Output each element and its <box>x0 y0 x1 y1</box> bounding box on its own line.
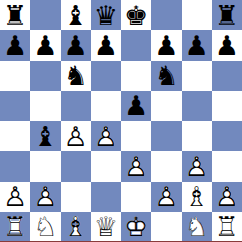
piece-black-pawn[interactable]: ♟ <box>212 30 242 60</box>
piece-black-bishop[interactable]: ♝ <box>61 0 91 30</box>
piece-black-queen[interactable]: ♛ <box>91 0 121 30</box>
square-a4[interactable] <box>0 121 30 151</box>
square-c1[interactable]: ♝♗ <box>61 212 91 242</box>
square-e5[interactable]: ♟ <box>121 91 151 121</box>
square-a3[interactable] <box>0 151 30 181</box>
piece-outline-glyph: ♔ <box>121 212 151 242</box>
square-f3[interactable] <box>151 151 181 181</box>
square-h2[interactable]: ♟♙ <box>212 182 242 212</box>
piece-outline-glyph: ♙ <box>61 121 91 151</box>
square-b1[interactable]: ♞♘ <box>30 212 60 242</box>
square-e4[interactable] <box>121 121 151 151</box>
square-f7[interactable]: ♟ <box>151 30 181 60</box>
piece-black-pawn[interactable]: ♟ <box>182 30 212 60</box>
square-e3[interactable]: ♟♙ <box>121 151 151 181</box>
square-g8[interactable] <box>182 0 212 30</box>
piece-outline-glyph: ♙ <box>30 182 60 212</box>
piece-black-rook[interactable]: ♜ <box>212 0 242 30</box>
square-b6[interactable] <box>30 61 60 91</box>
square-b7[interactable]: ♟ <box>30 30 60 60</box>
piece-white-bishop[interactable]: ♝♗ <box>182 182 212 212</box>
square-c3[interactable] <box>61 151 91 181</box>
piece-outline-glyph: ♘ <box>30 212 60 242</box>
piece-outline-glyph: ♙ <box>121 151 151 181</box>
piece-white-pawn[interactable]: ♟♙ <box>0 182 30 212</box>
square-d3[interactable] <box>91 151 121 181</box>
square-b5[interactable] <box>30 91 60 121</box>
square-g5[interactable] <box>182 91 212 121</box>
square-e6[interactable] <box>121 61 151 91</box>
square-d8[interactable]: ♛ <box>91 0 121 30</box>
square-h6[interactable] <box>212 61 242 91</box>
piece-white-pawn[interactable]: ♟♙ <box>61 121 91 151</box>
square-h4[interactable] <box>212 121 242 151</box>
square-c7[interactable]: ♟ <box>61 30 91 60</box>
piece-white-pawn[interactable]: ♟♙ <box>151 182 181 212</box>
piece-black-pawn[interactable]: ♟ <box>121 91 151 121</box>
square-f5[interactable] <box>151 91 181 121</box>
piece-outline-glyph: ♙ <box>212 182 242 212</box>
piece-outline-glyph: ♗ <box>61 212 91 242</box>
piece-black-knight[interactable]: ♞ <box>151 61 181 91</box>
square-a8[interactable]: ♜ <box>0 0 30 30</box>
piece-black-pawn[interactable]: ♟ <box>30 30 60 60</box>
square-g3[interactable]: ♟♙ <box>182 151 212 181</box>
piece-black-bishop[interactable]: ♝ <box>30 121 60 151</box>
square-b3[interactable] <box>30 151 60 181</box>
piece-white-king[interactable]: ♚♔ <box>121 212 151 242</box>
piece-outline-glyph: ♙ <box>182 151 212 181</box>
square-a7[interactable]: ♟ <box>0 30 30 60</box>
square-d5[interactable] <box>91 91 121 121</box>
piece-white-pawn[interactable]: ♟♙ <box>182 151 212 181</box>
square-d6[interactable] <box>91 61 121 91</box>
square-c8[interactable]: ♝ <box>61 0 91 30</box>
square-a2[interactable]: ♟♙ <box>0 182 30 212</box>
square-e1[interactable]: ♚♔ <box>121 212 151 242</box>
piece-black-knight[interactable]: ♞ <box>61 61 91 91</box>
square-b4[interactable]: ♝ <box>30 121 60 151</box>
square-h3[interactable] <box>212 151 242 181</box>
square-d7[interactable]: ♟ <box>91 30 121 60</box>
piece-outline-glyph: ♖ <box>212 212 242 242</box>
square-c4[interactable]: ♟♙ <box>61 121 91 151</box>
piece-white-pawn[interactable]: ♟♙ <box>121 151 151 181</box>
square-f4[interactable] <box>151 121 181 151</box>
square-g4[interactable] <box>182 121 212 151</box>
square-f8[interactable] <box>151 0 181 30</box>
square-c6[interactable]: ♞ <box>61 61 91 91</box>
square-h7[interactable]: ♟ <box>212 30 242 60</box>
piece-black-pawn[interactable]: ♟ <box>91 30 121 60</box>
piece-outline-glyph: ♙ <box>0 182 30 212</box>
piece-white-queen[interactable]: ♛♕ <box>91 212 121 242</box>
piece-white-rook[interactable]: ♜♖ <box>0 212 30 242</box>
square-f1[interactable] <box>151 212 181 242</box>
square-c5[interactable] <box>61 91 91 121</box>
piece-outline-glyph: ♗ <box>182 182 212 212</box>
piece-white-pawn[interactable]: ♟♙ <box>30 182 60 212</box>
piece-outline-glyph: ♙ <box>151 182 181 212</box>
square-h1[interactable]: ♜♖ <box>212 212 242 242</box>
piece-outline-glyph: ♕ <box>91 212 121 242</box>
square-a5[interactable] <box>0 91 30 121</box>
square-a1[interactable]: ♜♖ <box>0 212 30 242</box>
piece-outline-glyph: ♘ <box>182 212 212 242</box>
piece-outline-glyph: ♖ <box>0 212 30 242</box>
square-g6[interactable] <box>182 61 212 91</box>
piece-white-pawn[interactable]: ♟♙ <box>91 121 121 151</box>
piece-outline-glyph: ♙ <box>91 121 121 151</box>
square-e2[interactable] <box>121 182 151 212</box>
square-d1[interactable]: ♛♕ <box>91 212 121 242</box>
square-g1[interactable]: ♞♘ <box>182 212 212 242</box>
square-a6[interactable] <box>0 61 30 91</box>
square-e8[interactable]: ♚ <box>121 0 151 30</box>
piece-black-pawn[interactable]: ♟ <box>151 30 181 60</box>
square-f2[interactable]: ♟♙ <box>151 182 181 212</box>
square-d4[interactable]: ♟♙ <box>91 121 121 151</box>
piece-black-rook[interactable]: ♜ <box>0 0 30 30</box>
square-b8[interactable] <box>30 0 60 30</box>
piece-black-pawn[interactable]: ♟ <box>0 30 30 60</box>
square-b2[interactable]: ♟♙ <box>30 182 60 212</box>
square-d2[interactable] <box>91 182 121 212</box>
square-h8[interactable]: ♜ <box>212 0 242 30</box>
chess-board: ♜♝♛♚♜♟♟♟♟♟♟♟♞♞♟♝♟♙♟♙♟♙♟♙♟♙♟♙♟♙♝♗♟♙♜♖♞♘♝♗… <box>0 0 242 242</box>
square-h5[interactable] <box>212 91 242 121</box>
square-g7[interactable]: ♟ <box>182 30 212 60</box>
piece-white-bishop[interactable]: ♝♗ <box>61 212 91 242</box>
piece-white-pawn[interactable]: ♟♙ <box>212 182 242 212</box>
piece-white-knight[interactable]: ♞♘ <box>30 212 60 242</box>
piece-white-rook[interactable]: ♜♖ <box>212 212 242 242</box>
square-c2[interactable] <box>61 182 91 212</box>
square-g2[interactable]: ♝♗ <box>182 182 212 212</box>
piece-black-king[interactable]: ♚ <box>121 0 151 30</box>
square-f6[interactable]: ♞ <box>151 61 181 91</box>
square-e7[interactable] <box>121 30 151 60</box>
piece-white-knight[interactable]: ♞♘ <box>182 212 212 242</box>
piece-black-pawn[interactable]: ♟ <box>61 30 91 60</box>
